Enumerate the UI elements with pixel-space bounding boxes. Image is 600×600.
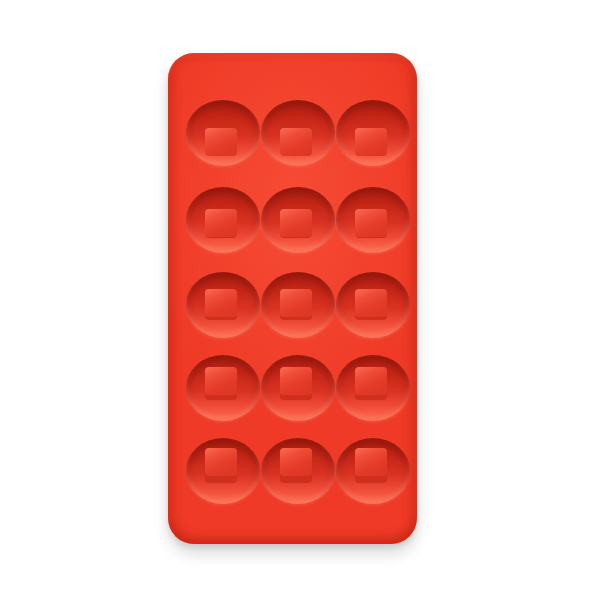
mold-cavity [261, 272, 335, 338]
mold-cavity [336, 272, 410, 338]
cavity-square-bottom [280, 367, 312, 395]
mold-cavity [261, 100, 335, 166]
mold-cavity [336, 355, 410, 421]
cavity-square-bottom [355, 448, 387, 476]
mold-cavity [186, 355, 260, 421]
cavity-square-bottom [280, 209, 312, 237]
mold-cavity [261, 187, 335, 253]
mold-cavity [336, 438, 410, 504]
cavity-square-bottom [280, 289, 312, 317]
mold-cavity [261, 355, 335, 421]
cavity-square-bottom [205, 448, 237, 476]
cavity-square-bottom [280, 128, 312, 156]
mold-cavity [336, 187, 410, 253]
mold-cavity [186, 100, 260, 166]
cavity-square-bottom [355, 209, 387, 237]
cavity-square-bottom [205, 209, 237, 237]
product-photo-canvas [0, 0, 600, 600]
cavity-square-bottom [205, 367, 237, 395]
cavity-square-bottom [280, 448, 312, 476]
cavity-square-bottom [355, 367, 387, 395]
mold-cavity [186, 187, 260, 253]
silicone-ice-cube-tray [168, 53, 417, 544]
cavity-square-bottom [355, 128, 387, 156]
cavity-square-bottom [205, 128, 237, 156]
mold-cavity [186, 272, 260, 338]
mold-cavity [186, 438, 260, 504]
mold-cavity [336, 100, 410, 166]
mold-cavity [261, 438, 335, 504]
cavity-square-bottom [205, 289, 237, 317]
cavity-square-bottom [355, 289, 387, 317]
